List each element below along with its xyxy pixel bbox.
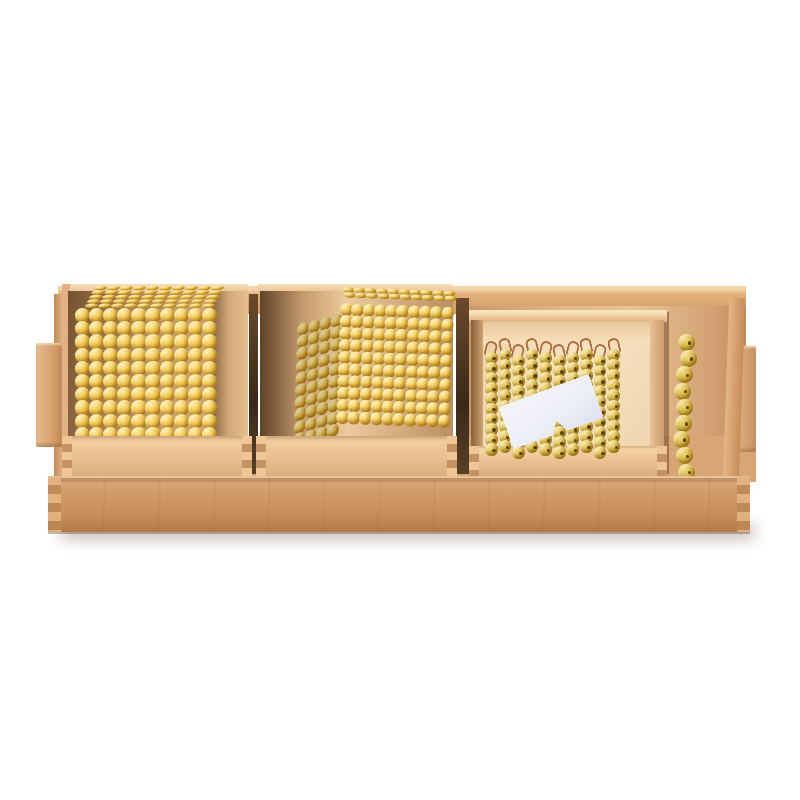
tray-finger-joint-left [48,476,61,532]
bead [676,399,693,416]
bead [580,440,593,453]
bead [680,350,697,367]
bead [607,440,620,453]
thousand-cube-front-face [75,308,216,440]
unit-beads-group [670,334,706,486]
box3-finger-joint-right [657,446,667,480]
squares-stack-side-face [293,313,342,446]
gap-box2-box3 [456,298,469,474]
tray-finger-joint-right [737,476,750,532]
bead [678,334,695,351]
bead [485,443,498,456]
box3-left-wall [471,320,483,456]
bead [676,447,693,464]
ten-bars-box [469,310,667,480]
ten-bar [607,338,620,453]
box3-finger-joint-left [469,446,479,480]
bead [553,446,566,459]
box3-top-rim [469,310,667,322]
bead [674,383,691,400]
bead [673,431,690,448]
hundred-squares-stack [287,287,454,445]
bead [438,414,451,427]
thousand-cube-box [62,284,252,486]
bead [539,443,552,456]
tray-front-wall [48,476,750,532]
hundred-squares-box [256,284,457,488]
box1-interior-right-wall [212,291,248,443]
bead [499,440,512,453]
thousand-cube-top-face [84,286,225,308]
bead [676,366,693,383]
squares-stack-front-face [336,303,453,427]
bead [675,415,692,432]
bead [444,296,458,302]
bead [567,443,580,456]
tray-left-handle [36,343,62,447]
box3-right-wall [650,320,664,456]
bead [594,446,607,459]
product-photo [0,0,800,800]
ten-bar [485,341,498,456]
